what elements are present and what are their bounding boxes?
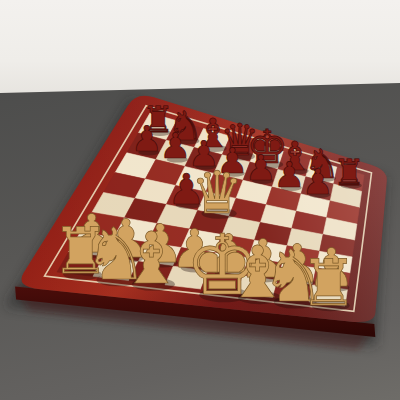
chessboard: ♜♞♝♛♚♝♞♜♟♟♟♟♟♟♟♟♛♟♟♟♟♟♟♟♟♜♞♝♚♝♞♜ xyxy=(0,0,400,400)
pawn-glyph: ♟ xyxy=(160,125,192,166)
pawn-glyph: ♟ xyxy=(131,118,163,159)
red-pawn-f7: ♟ xyxy=(273,154,305,195)
pawn-glyph: ♟ xyxy=(245,147,277,188)
red-pawn-b7: ♟ xyxy=(160,125,192,166)
red-pawn-a7: ♟ xyxy=(131,118,163,159)
product-photo-scene: ♜♞♝♛♚♝♞♜♟♟♟♟♟♟♟♟♛♟♟♟♟♟♟♟♟♜♞♝♚♝♞♜ xyxy=(0,0,400,400)
boxwood-bishop-c1: ♝ xyxy=(119,216,183,300)
chessboard-svg: ♜♞♝♛♚♝♞♜♟♟♟♟♟♟♟♟♛♟♟♟♟♟♟♟♟♜♞♝♚♝♞♜ xyxy=(0,0,400,400)
red-rook-h8: ♜ xyxy=(333,152,365,193)
rook-glyph: ♜ xyxy=(333,152,365,193)
rook-glyph: ♜ xyxy=(300,246,357,320)
bishop-glyph: ♝ xyxy=(119,216,183,300)
red-pawn-g7: ♟ xyxy=(302,161,334,202)
boxwood-rook-h1: ♜ xyxy=(300,246,357,320)
red-pawn-e7: ♟ xyxy=(245,147,277,188)
pawn-glyph: ♟ xyxy=(302,161,334,202)
pawn-glyph: ♟ xyxy=(273,154,305,195)
